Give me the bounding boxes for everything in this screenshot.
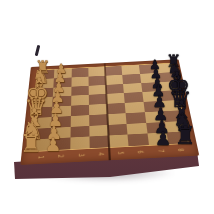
square-7-3[interactable] <box>89 136 109 149</box>
dark-king-finial <box>35 45 40 56</box>
square-7-2[interactable] <box>70 137 90 150</box>
chess-board: 12345678 <box>20 59 199 165</box>
square-7-6[interactable] <box>147 133 168 146</box>
square-7-7[interactable] <box>166 132 188 144</box>
photo-stage: 12345678 ♜♟♟♜♞♟♟♞♝♟♟♝♚♟♟♚♛♟♟♛♝♟♟♝♞♟♟♞♜♟♟… <box>0 0 214 214</box>
square-7-0[interactable] <box>30 139 50 152</box>
square-7-1[interactable] <box>50 138 70 151</box>
square-7-5[interactable] <box>128 134 149 147</box>
square-7-4[interactable] <box>109 135 129 148</box>
